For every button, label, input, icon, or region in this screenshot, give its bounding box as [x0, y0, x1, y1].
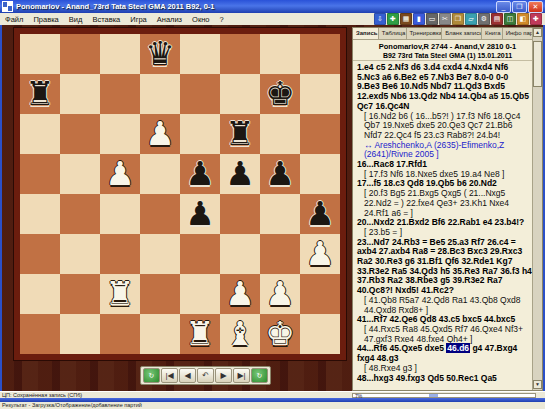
piece-white-p-d6[interactable]: ♟	[140, 114, 180, 154]
square-f5[interactable]: ♟	[220, 154, 260, 194]
database-icon[interactable]: ◫	[504, 13, 516, 25]
menu-item-?[interactable]: ?	[215, 15, 229, 24]
chess-board[interactable]: ♛♜♚♟♜♟♟♟♟♟♟♟♜♟♟♜♝♚	[20, 34, 340, 354]
piece-black-p-g5[interactable]: ♟	[260, 154, 300, 194]
square-a1[interactable]	[20, 314, 60, 354]
variation-line[interactable]: [ 20.f3 Bg5 21.Bxg5 Qxg5 ( 21...Nxg5 22.…	[357, 189, 532, 218]
square-b3[interactable]	[60, 234, 100, 274]
menu-item-Файл[interactable]: Файл	[0, 15, 28, 24]
minimize-button[interactable]: _	[496, 1, 511, 13]
square-h6[interactable]	[300, 114, 340, 154]
mainline-moves[interactable]: 23...Nd7 24.Rb3 = Be5 25.a3 Rf7 26.c4 = …	[357, 238, 532, 296]
square-h1[interactable]	[300, 314, 340, 354]
engine-icon[interactable]: ⚙	[478, 13, 490, 25]
square-h5[interactable]	[300, 154, 340, 194]
square-b5[interactable]	[60, 154, 100, 194]
square-e1[interactable]: ♜	[180, 314, 220, 354]
square-c5[interactable]: ♟	[100, 154, 140, 194]
event-line: B92 73rd Tata Steel GMA (1) 15.01.2011	[355, 52, 540, 59]
square-c3[interactable]	[100, 234, 140, 274]
square-h7[interactable]	[300, 74, 340, 114]
move-text[interactable]: [ 17.f3 Nf6 18.Nxe5 dxe5 19.a4 Ne8 ]	[364, 169, 504, 179]
menu-item-Игра[interactable]: Игра	[125, 15, 151, 24]
piece-white-r-c2[interactable]: ♜	[100, 274, 140, 314]
takeback-button[interactable]: ↶	[197, 368, 214, 383]
mainline-moves[interactable]: 44...Rf6 45.Qxe5 dxe5 46.d6 g4 47.Bxg4 f…	[357, 344, 532, 363]
engine-progress-fill	[429, 394, 438, 397]
move-text[interactable]: 16...Rac8 17.Rfd1	[357, 159, 427, 169]
notation-tabs: ЗаписьТаблицаТренировкаБланк записиКнига…	[353, 28, 542, 40]
square-h2[interactable]	[300, 274, 340, 314]
square-f4[interactable]	[220, 194, 260, 234]
reference-line[interactable]: ↔ Areshchenko,A (2635)-Efimenko,Z (2641)…	[357, 141, 532, 160]
square-a6[interactable]	[20, 114, 60, 154]
square-c4[interactable]	[100, 194, 140, 234]
app-icon	[2, 1, 13, 12]
piece-black-p-e4[interactable]: ♟	[180, 194, 220, 234]
title-bar[interactable]: Ponomariov - Anand_73rd Tata Steel GMA 2…	[0, 0, 545, 13]
square-f1[interactable]: ♝	[220, 314, 260, 354]
board-setup-icon[interactable]: ▦	[400, 13, 412, 25]
square-a3[interactable]	[20, 234, 60, 274]
square-g8[interactable]	[260, 34, 300, 74]
square-b2[interactable]	[60, 274, 100, 314]
menu-item-Окно[interactable]: Окно	[187, 15, 214, 24]
square-g1[interactable]: ♚	[260, 314, 300, 354]
move-text[interactable]: 23...Nd7 24.Rb3 = Be5 25.a3 Rf7 26.c4 = …	[357, 237, 532, 296]
square-d2[interactable]	[140, 274, 180, 314]
square-h4[interactable]: ♟	[300, 194, 340, 234]
result-status-text: Результат - Загрузка/Отображение/добавле…	[2, 402, 142, 409]
variation-line[interactable]: [ 16.Nd2 b6 ( 16...b5?! ) 17.f3 Nf6 18.Q…	[357, 112, 532, 141]
piece-black-r-f6[interactable]: ♜	[220, 114, 260, 154]
piece-white-p-c5[interactable]: ♟	[100, 154, 140, 194]
cut-icon[interactable]: ✂	[439, 13, 451, 25]
piece-white-p-f2[interactable]: ♟	[220, 274, 260, 314]
mainline-moves[interactable]: 48...hxg3 49.fxg3 Qd5 50.Rec1 Qa5	[357, 374, 532, 384]
square-e7[interactable]	[180, 74, 220, 114]
menu-item-Вид[interactable]: Вид	[64, 15, 88, 24]
square-b6[interactable]	[60, 114, 100, 154]
toolbar-icons: ⇩✚▦▮▭✂❐▱⚙▤◫◧✚	[374, 13, 542, 25]
piece-black-p-e5[interactable]: ♟	[180, 154, 220, 194]
current-move[interactable]: 46.d6	[446, 343, 470, 353]
square-f3[interactable]	[220, 234, 260, 274]
square-d5[interactable]	[140, 154, 180, 194]
autoplay-back-button[interactable]: ↻	[143, 368, 160, 383]
square-g3[interactable]	[260, 234, 300, 274]
move-text[interactable]: [ 44.Rxc5 Ra8 45.Qxd5 Rf7 46.Qxe4 Nf3+ 4…	[364, 324, 523, 344]
new-game-icon[interactable]: ✚	[387, 13, 399, 25]
square-f8[interactable]	[220, 34, 260, 74]
square-a5[interactable]	[20, 154, 60, 194]
goto-start-button[interactable]: |◀	[161, 368, 178, 383]
print-icon[interactable]: ▭	[426, 13, 438, 25]
square-f2[interactable]: ♟	[220, 274, 260, 314]
copy-icon[interactable]: ❐	[452, 13, 464, 25]
move-text[interactable]: 48...hxg3 49.fxg3 Qd5 50.Rec1 Qa5	[357, 373, 497, 383]
window-title: Ponomariov - Anand_73rd Tata Steel GMA 2…	[16, 2, 215, 11]
tab-Таблица[interactable]: Таблица	[379, 28, 407, 39]
tab-Бланк записи[interactable]: Бланк записи	[442, 28, 482, 39]
move-text[interactable]: [ 16.Nd2 b6 ( 16...b5?! ) 17.f3 Nf6 18.Q…	[364, 111, 520, 140]
piece-white-k-g1[interactable]: ♚	[260, 314, 300, 354]
square-d1[interactable]	[140, 314, 180, 354]
piece-white-p-g2[interactable]: ♟	[260, 274, 300, 314]
move-text[interactable]: [ 20.f3 Bg5 21.Bxg5 Qxg5 ( 21...Nxg5 22.…	[364, 188, 509, 217]
piece-black-p-f5[interactable]: ♟	[220, 154, 260, 194]
status-bar: Результат - Загрузка/Отображение/добавле…	[0, 402, 545, 409]
square-a7[interactable]: ♜	[20, 74, 60, 114]
notation-moves[interactable]: 1.e4 c5 2.Nf3 d6 3.d4 cxd4 4.Nxd4 Nf6 5.…	[353, 61, 542, 383]
square-d3[interactable]	[140, 234, 180, 274]
square-d4[interactable]	[140, 194, 180, 234]
square-e2[interactable]	[180, 274, 220, 314]
variation-line[interactable]: [ 41.Qb8 R5a7 42.Qd8 Ra1 43.Qb8 Qxd8 44.…	[357, 296, 532, 315]
tab-Тренировка[interactable]: Тренировка	[407, 28, 443, 39]
board-frame: ♛♜♚♟♜♟♟♟♟♟♟♟♜♟♟♜♝♚	[13, 27, 347, 361]
players-line: Ponomariov,R 2744 - Anand,V 2810 0-1	[355, 42, 540, 51]
square-g4[interactable]	[260, 194, 300, 234]
forward-button[interactable]: ▶	[215, 368, 232, 383]
square-d8[interactable]: ♛	[140, 34, 180, 74]
square-g5[interactable]: ♟	[260, 154, 300, 194]
square-f7[interactable]	[220, 74, 260, 114]
menu-item-Правка[interactable]: Правка	[28, 15, 63, 24]
piece-black-q-d8[interactable]: ♛	[140, 34, 180, 74]
menu-item-Анализ[interactable]: Анализ	[152, 15, 187, 24]
move-text[interactable]: [ 41.Qb8 R5a7 42.Qd8 Ra1 43.Qb8 Qxd8 44.…	[364, 295, 520, 315]
square-b1[interactable]	[60, 314, 100, 354]
square-g7[interactable]: ♚	[260, 74, 300, 114]
piece-white-b-f1[interactable]: ♝	[220, 314, 260, 354]
add-icon[interactable]: ✚	[530, 13, 542, 25]
close-button[interactable]: ✕	[528, 1, 543, 13]
move-text[interactable]: 41...Rf7 42.Qe6 Qd8 43.c5 bxc5 44.bxc5	[357, 314, 515, 324]
move-text[interactable]: 44...Rf6 45.Qxe5 dxe5	[357, 343, 446, 353]
square-b4[interactable]	[60, 194, 100, 234]
paste-icon[interactable]: ▱	[465, 13, 477, 25]
move-text[interactable]: [ 48.Rxe4 g3 ]	[364, 363, 417, 373]
piece-black-r-a7[interactable]: ♜	[20, 74, 60, 114]
square-h8[interactable]	[300, 34, 340, 74]
square-e8[interactable]	[180, 34, 220, 74]
maximize-button[interactable]: ❐	[512, 1, 527, 13]
menu-item-Вставка[interactable]: Вставка	[87, 15, 125, 24]
piece-black-p-h4[interactable]: ♟	[300, 194, 340, 234]
save-icon[interactable]: ▮	[413, 13, 425, 25]
move-text[interactable]: [ 23.b5 = ]	[364, 227, 402, 237]
chessbase-window: Ponomariov - Anand_73rd Tata Steel GMA 2…	[0, 0, 545, 409]
square-c2[interactable]: ♜	[100, 274, 140, 314]
square-c1[interactable]	[100, 314, 140, 354]
square-d6[interactable]: ♟	[140, 114, 180, 154]
back-button[interactable]: ◀	[179, 368, 196, 383]
scroll-up-icon[interactable]: ▲	[533, 28, 542, 37]
square-c8[interactable]	[100, 34, 140, 74]
move-text[interactable]: 20...Nxd2 21.Bxd2 Bf6 22.Rab1 e4 23.b4!?	[357, 217, 524, 227]
autoplay-button[interactable]: ↻	[251, 368, 268, 383]
move-text[interactable]: ↔ Areshchenko,A (2635)-Efimenko,Z (2641)…	[364, 140, 504, 160]
move-text[interactable]: 1.e4 c5 2.Nf3 d6 3.d4 cxd4 4.Nxd4 Nf6 5.…	[357, 62, 529, 111]
scroll-down-icon[interactable]: ▼	[533, 380, 542, 389]
square-f6[interactable]: ♜	[220, 114, 260, 154]
piece-white-r-e1[interactable]: ♜	[180, 314, 220, 354]
square-a4[interactable]	[20, 194, 60, 234]
main-area: ♛♜♚♟♜♟♟♟♟♟♟♟♜♟♟♜♝♚ ↻|◀◀↶▶▶|↻ ЗаписьТабли…	[0, 25, 545, 391]
square-a8[interactable]	[20, 34, 60, 74]
move-text[interactable]: 17...f5 18.c3 Qd8 19.Qb5 b6 20.Nd2	[357, 178, 497, 188]
square-g6[interactable]	[260, 114, 300, 154]
book-icon[interactable]: ▤	[491, 13, 503, 25]
square-g2[interactable]: ♟	[260, 274, 300, 314]
variation-line[interactable]: [ 44.Rxc5 Ra8 45.Qxd5 Rf7 46.Qxe4 Nf3+ 4…	[357, 325, 532, 344]
mainline-moves[interactable]: 1.e4 c5 2.Nf3 d6 3.d4 cxd4 4.Nxd4 Nf6 5.…	[357, 63, 532, 112]
square-e3[interactable]	[180, 234, 220, 274]
square-e5[interactable]: ♟	[180, 154, 220, 194]
scroll-thumb[interactable]	[533, 41, 542, 87]
menu-items: ФайлПравкаВидВставкаИграАнализОкно?	[0, 15, 229, 24]
notation-scrollbar[interactable]: ▲ ▼	[532, 28, 542, 390]
square-a2[interactable]	[20, 274, 60, 314]
square-c7[interactable]	[100, 74, 140, 114]
square-h3[interactable]: ♟	[300, 234, 340, 274]
square-b7[interactable]	[60, 74, 100, 114]
square-d7[interactable]	[140, 74, 180, 114]
piece-white-p-h3[interactable]: ♟	[300, 234, 340, 274]
square-e6[interactable]	[180, 114, 220, 154]
game-header: Ponomariov,R 2744 - Anand,V 2810 0-1 B92…	[353, 40, 542, 61]
layout-icon[interactable]: ◧	[517, 13, 529, 25]
tab-Запись[interactable]: Запись	[353, 28, 379, 39]
game-navigation-toolbar: ↻|◀◀↶▶▶|↻	[140, 366, 271, 385]
square-e4[interactable]: ♟	[180, 194, 220, 234]
unload-icon[interactable]: ⇩	[374, 13, 386, 25]
piece-black-k-g7[interactable]: ♚	[260, 74, 300, 114]
square-b8[interactable]	[60, 34, 100, 74]
goto-end-button[interactable]: ▶|	[233, 368, 250, 383]
square-c6[interactable]	[100, 114, 140, 154]
tab-Книга[interactable]: Книга	[482, 28, 503, 39]
window-left-border	[0, 25, 2, 391]
notation-panel: ЗаписьТаблицаТренировкаБланк записиКнига…	[352, 27, 543, 391]
